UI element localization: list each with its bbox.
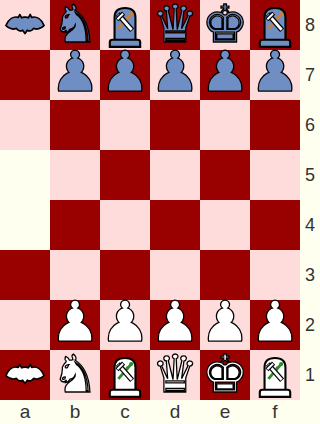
file-label-c: c (100, 400, 150, 424)
square-d7[interactable]: ♟ (150, 50, 200, 100)
square-b4[interactable] (50, 200, 100, 250)
black-pawn-piece[interactable]: ♟ (200, 47, 250, 97)
white-tombstone-piece[interactable] (100, 350, 150, 400)
white-tombstone-piece[interactable] (250, 350, 300, 400)
square-a8[interactable] (0, 0, 50, 50)
black-bat-piece[interactable] (0, 0, 50, 50)
black-pawn-piece[interactable]: ♟ (250, 47, 300, 97)
square-d5[interactable] (150, 150, 200, 200)
square-a4 (0, 200, 50, 250)
white-pawn-piece[interactable]: ♟ (250, 297, 300, 347)
chessboard[interactable]: ♞♛♚♟♟♟♟♟♟♟♟♟♟♞♛♚ (0, 0, 300, 400)
square-e5[interactable] (200, 150, 250, 200)
white-pawn-piece[interactable]: ♟ (150, 297, 200, 347)
square-f7[interactable]: ♟ (250, 50, 300, 100)
file-label-d: d (150, 400, 200, 424)
square-e4[interactable] (200, 200, 250, 250)
square-b7[interactable]: ♟ (50, 50, 100, 100)
square-f6[interactable] (250, 100, 300, 150)
square-d4[interactable] (150, 200, 200, 250)
file-label-f: f (250, 400, 300, 424)
white-queen-piece[interactable]: ♛ (150, 349, 200, 399)
white-bat-piece[interactable] (0, 350, 50, 400)
white-knight-piece[interactable]: ♞ (50, 349, 100, 399)
white-pawn-piece[interactable]: ♟ (100, 297, 150, 347)
rank-label-2: 2 (300, 300, 320, 350)
white-pawn-piece[interactable]: ♟ (200, 297, 250, 347)
square-d1[interactable]: ♛ (150, 350, 200, 400)
white-pawn-piece[interactable]: ♟ (50, 297, 100, 347)
rank-label-3: 3 (300, 250, 320, 300)
rank-label-1: 1 (300, 350, 320, 400)
square-d2[interactable]: ♟ (150, 300, 200, 350)
black-pawn-piece[interactable]: ♟ (100, 47, 150, 97)
square-b2[interactable]: ♟ (50, 300, 100, 350)
rank-label-4: 4 (300, 200, 320, 250)
square-a1[interactable] (0, 350, 50, 400)
rank-label-7: 7 (300, 50, 320, 100)
square-a3[interactable] (0, 250, 50, 300)
file-label-e: e (200, 400, 250, 424)
file-label-b: b (50, 400, 100, 424)
square-b5[interactable] (50, 150, 100, 200)
white-king-piece[interactable]: ♚ (200, 349, 250, 399)
square-a7[interactable] (0, 50, 50, 100)
square-b6[interactable] (50, 100, 100, 150)
square-c6[interactable] (100, 100, 150, 150)
square-e1[interactable]: ♚ (200, 350, 250, 400)
square-f2[interactable]: ♟ (250, 300, 300, 350)
rank-labels: 87654321 (300, 0, 320, 400)
square-c7[interactable]: ♟ (100, 50, 150, 100)
square-f4[interactable] (250, 200, 300, 250)
square-a5 (0, 150, 50, 200)
rank-label-5: 5 (300, 150, 320, 200)
square-c1[interactable] (100, 350, 150, 400)
square-f5[interactable] (250, 150, 300, 200)
square-a2[interactable] (0, 300, 50, 350)
rank-label-6: 6 (300, 100, 320, 150)
square-c2[interactable]: ♟ (100, 300, 150, 350)
rank-label-8: 8 (300, 0, 320, 50)
black-pawn-piece[interactable]: ♟ (150, 47, 200, 97)
board-diagram-page: ♞♛♚♟♟♟♟♟♟♟♟♟♟♞♛♚ 87654321 abcdef (0, 0, 320, 424)
square-e7[interactable]: ♟ (200, 50, 250, 100)
square-a6[interactable] (0, 100, 50, 150)
square-f1[interactable] (250, 350, 300, 400)
square-c4[interactable] (100, 200, 150, 250)
square-e6[interactable] (200, 100, 250, 150)
square-c5[interactable] (100, 150, 150, 200)
square-d6[interactable] (150, 100, 200, 150)
square-b1[interactable]: ♞ (50, 350, 100, 400)
square-e2[interactable]: ♟ (200, 300, 250, 350)
file-label-a: a (0, 400, 50, 424)
file-labels: abcdef (0, 400, 300, 424)
black-pawn-piece[interactable]: ♟ (50, 47, 100, 97)
